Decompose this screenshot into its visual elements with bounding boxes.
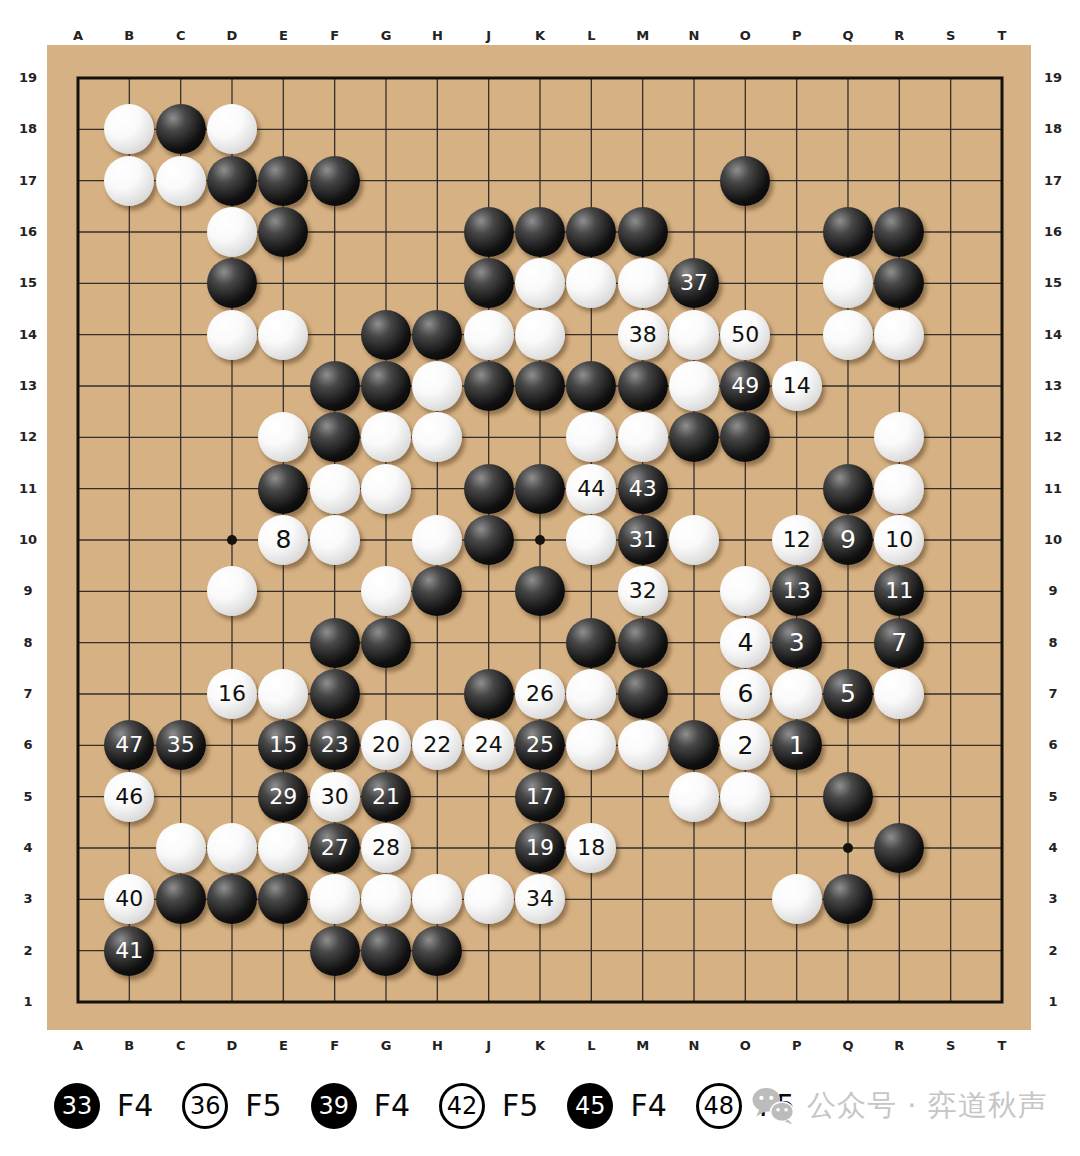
stone-F10 <box>310 515 360 565</box>
stone-B2: 41 <box>104 926 154 976</box>
row-label-left-17: 17 <box>8 172 48 190</box>
stone-K13 <box>515 361 565 411</box>
stone-Q14 <box>823 310 873 360</box>
stone-D4 <box>207 823 257 873</box>
stone-P8: 3 <box>772 618 822 668</box>
legend-move-number: 36 <box>190 1094 221 1118</box>
move-number: 22 <box>423 734 451 756</box>
stone-C17 <box>156 156 206 206</box>
col-label-top-D: D <box>212 27 252 45</box>
stone-J14 <box>464 310 514 360</box>
col-label-top-N: N <box>674 27 714 45</box>
stone-N6 <box>669 720 719 770</box>
col-label-bottom-T: T <box>982 1037 1022 1055</box>
legend-point-label: F4 <box>117 1091 153 1121</box>
col-label-top-A: A <box>58 27 98 45</box>
stone-M6 <box>618 720 668 770</box>
col-label-top-S: S <box>931 27 971 45</box>
stone-F8 <box>310 618 360 668</box>
stone-M12 <box>618 412 668 462</box>
row-label-left-8: 8 <box>8 634 48 652</box>
stone-G5: 21 <box>361 772 411 822</box>
stone-N15: 37 <box>669 258 719 308</box>
stone-C3 <box>156 874 206 924</box>
stone-F2 <box>310 926 360 976</box>
stone-F3 <box>310 874 360 924</box>
watermark-text: 公众号 · 弈道秋声 <box>807 1086 1048 1126</box>
stone-Q3 <box>823 874 873 924</box>
col-label-bottom-Q: Q <box>828 1037 868 1055</box>
move-number: 40 <box>115 888 143 910</box>
move-number: 47 <box>115 734 143 756</box>
row-label-left-1: 1 <box>8 993 48 1011</box>
stone-M13 <box>618 361 668 411</box>
stone-L4: 18 <box>566 823 616 873</box>
row-label-left-9: 9 <box>8 582 48 600</box>
stone-F12 <box>310 412 360 462</box>
stone-K11 <box>515 464 565 514</box>
legend-move-number: 48 <box>703 1094 734 1118</box>
stone-J16 <box>464 207 514 257</box>
row-label-right-7: 7 <box>1033 685 1073 703</box>
stone-M10: 31 <box>618 515 668 565</box>
stone-G6: 20 <box>361 720 411 770</box>
move-number: 3 <box>789 630 805 655</box>
move-number: 14 <box>783 375 811 397</box>
stone-G14 <box>361 310 411 360</box>
col-label-top-M: M <box>623 27 663 45</box>
stone-B5: 46 <box>104 772 154 822</box>
row-label-right-4: 4 <box>1033 839 1073 857</box>
stone-G3 <box>361 874 411 924</box>
stone-E11 <box>258 464 308 514</box>
col-label-bottom-L: L <box>571 1037 611 1055</box>
stone-N14 <box>669 310 719 360</box>
move-number: 37 <box>680 272 708 294</box>
move-number: 11 <box>885 580 913 602</box>
stone-C4 <box>156 823 206 873</box>
col-label-bottom-M: M <box>623 1037 663 1055</box>
stone-P9: 13 <box>772 566 822 616</box>
stone-P3 <box>772 874 822 924</box>
col-label-bottom-B: B <box>109 1037 149 1055</box>
stone-H14 <box>412 310 462 360</box>
stone-D9 <box>207 566 257 616</box>
stone-H2 <box>412 926 462 976</box>
stone-J6: 24 <box>464 720 514 770</box>
move-number: 23 <box>321 734 349 756</box>
stone-M11: 43 <box>618 464 668 514</box>
legend-stone-42: 42 <box>439 1083 485 1129</box>
stone-L10 <box>566 515 616 565</box>
col-label-bottom-D: D <box>212 1037 252 1055</box>
row-label-right-15: 15 <box>1033 274 1073 292</box>
col-label-top-Q: Q <box>828 27 868 45</box>
legend-stone-45: 45 <box>567 1083 613 1129</box>
row-label-left-6: 6 <box>8 736 48 754</box>
col-label-bottom-O: O <box>725 1037 765 1055</box>
move-number: 6 <box>737 681 753 706</box>
row-label-right-10: 10 <box>1033 531 1073 549</box>
stone-D15 <box>207 258 257 308</box>
stone-E14 <box>258 310 308 360</box>
stone-O13: 49 <box>720 361 770 411</box>
col-label-top-R: R <box>879 27 919 45</box>
legend-stone-48: 48 <box>696 1083 742 1129</box>
row-label-right-19: 19 <box>1033 69 1073 87</box>
move-number: 34 <box>526 888 554 910</box>
move-number: 26 <box>526 683 554 705</box>
stone-R10: 10 <box>874 515 924 565</box>
stone-Q5 <box>823 772 873 822</box>
stone-N5 <box>669 772 719 822</box>
stone-D7: 16 <box>207 669 257 719</box>
stone-F11 <box>310 464 360 514</box>
row-label-right-1: 1 <box>1033 993 1073 1011</box>
move-number: 46 <box>115 786 143 808</box>
row-label-right-9: 9 <box>1033 582 1073 600</box>
stone-N12 <box>669 412 719 462</box>
col-label-bottom-K: K <box>520 1037 560 1055</box>
legend-point-label: F4 <box>374 1091 410 1121</box>
move-number: 10 <box>885 529 913 551</box>
legend-point-label: F5 <box>502 1091 538 1121</box>
row-label-left-5: 5 <box>8 788 48 806</box>
legend-point-label: F5 <box>245 1091 281 1121</box>
col-label-bottom-E: E <box>263 1037 303 1055</box>
stone-L16 <box>566 207 616 257</box>
stone-K15 <box>515 258 565 308</box>
move-number: 38 <box>629 324 657 346</box>
col-label-top-C: C <box>161 27 201 45</box>
col-label-top-G: G <box>366 27 406 45</box>
stone-R8: 7 <box>874 618 924 668</box>
row-label-right-11: 11 <box>1033 480 1073 498</box>
stone-P13: 14 <box>772 361 822 411</box>
stone-Q10: 9 <box>823 515 873 565</box>
stone-R16 <box>874 207 924 257</box>
stone-E10: 8 <box>258 515 308 565</box>
stone-K6: 25 <box>515 720 565 770</box>
move-number: 49 <box>731 375 759 397</box>
row-label-right-16: 16 <box>1033 223 1073 241</box>
stone-E7 <box>258 669 308 719</box>
stone-P10: 12 <box>772 515 822 565</box>
move-number: 15 <box>269 734 297 756</box>
move-number: 25 <box>526 734 554 756</box>
col-label-top-H: H <box>417 27 457 45</box>
stone-H13 <box>412 361 462 411</box>
stone-D14 <box>207 310 257 360</box>
move-number: 17 <box>526 786 554 808</box>
move-number: 50 <box>731 324 759 346</box>
col-label-bottom-F: F <box>315 1037 355 1055</box>
stone-L13 <box>566 361 616 411</box>
move-number: 9 <box>840 527 856 552</box>
stone-C6: 35 <box>156 720 206 770</box>
stone-H10 <box>412 515 462 565</box>
stone-G8 <box>361 618 411 668</box>
col-label-top-T: T <box>982 27 1022 45</box>
col-label-bottom-J: J <box>469 1037 509 1055</box>
stone-K7: 26 <box>515 669 565 719</box>
col-label-bottom-S: S <box>931 1037 971 1055</box>
row-label-left-2: 2 <box>8 942 48 960</box>
col-label-bottom-R: R <box>879 1037 919 1055</box>
move-number: 44 <box>577 478 605 500</box>
legend-stone-39: 39 <box>311 1083 357 1129</box>
move-number: 1 <box>789 733 805 758</box>
legend-move-number: 45 <box>575 1094 606 1118</box>
legend-stone-33: 33 <box>54 1083 100 1129</box>
stone-P7 <box>772 669 822 719</box>
stone-L11: 44 <box>566 464 616 514</box>
row-label-left-7: 7 <box>8 685 48 703</box>
stone-M8 <box>618 618 668 668</box>
legend-stone-36: 36 <box>182 1083 228 1129</box>
stone-E5: 29 <box>258 772 308 822</box>
move-number: 30 <box>321 786 349 808</box>
row-label-left-14: 14 <box>8 326 48 344</box>
stone-F17 <box>310 156 360 206</box>
stone-E4 <box>258 823 308 873</box>
move-number: 35 <box>167 734 195 756</box>
col-label-bottom-G: G <box>366 1037 406 1055</box>
move-number: 8 <box>275 527 291 552</box>
stone-F6: 23 <box>310 720 360 770</box>
move-number: 28 <box>372 837 400 859</box>
row-label-right-12: 12 <box>1033 428 1073 446</box>
row-label-right-6: 6 <box>1033 736 1073 754</box>
col-label-bottom-N: N <box>674 1037 714 1055</box>
move-number: 31 <box>629 529 657 551</box>
row-label-left-3: 3 <box>8 890 48 908</box>
move-number: 20 <box>372 734 400 756</box>
stone-O5 <box>720 772 770 822</box>
stone-G2 <box>361 926 411 976</box>
move-number: 24 <box>475 734 503 756</box>
col-label-top-L: L <box>571 27 611 45</box>
stone-Q7: 5 <box>823 669 873 719</box>
row-label-right-13: 13 <box>1033 377 1073 395</box>
legend-move-number: 33 <box>62 1094 93 1118</box>
col-label-top-K: K <box>520 27 560 45</box>
stone-O7: 6 <box>720 669 770 719</box>
stone-M16 <box>618 207 668 257</box>
move-number: 19 <box>526 837 554 859</box>
stone-J3 <box>464 874 514 924</box>
row-label-left-18: 18 <box>8 120 48 138</box>
row-label-left-10: 10 <box>8 531 48 549</box>
stone-D16 <box>207 207 257 257</box>
stone-R14 <box>874 310 924 360</box>
row-label-right-8: 8 <box>1033 634 1073 652</box>
move-number: 18 <box>577 837 605 859</box>
row-label-left-19: 19 <box>8 69 48 87</box>
move-number: 13 <box>783 580 811 602</box>
stone-L8 <box>566 618 616 668</box>
stone-D17 <box>207 156 257 206</box>
stone-F7 <box>310 669 360 719</box>
stone-K5: 17 <box>515 772 565 822</box>
stone-Q15 <box>823 258 873 308</box>
stone-F13 <box>310 361 360 411</box>
row-label-right-14: 14 <box>1033 326 1073 344</box>
legend-move-number: 42 <box>447 1094 478 1118</box>
stone-N10 <box>669 515 719 565</box>
row-label-left-13: 13 <box>8 377 48 395</box>
stone-G11 <box>361 464 411 514</box>
col-label-top-F: F <box>315 27 355 45</box>
stone-M15 <box>618 258 668 308</box>
legend-point-label: F4 <box>630 1091 666 1121</box>
row-label-right-3: 3 <box>1033 890 1073 908</box>
stone-G4: 28 <box>361 823 411 873</box>
col-label-top-O: O <box>725 27 765 45</box>
stone-P6: 1 <box>772 720 822 770</box>
stone-M9: 32 <box>618 566 668 616</box>
stone-J7 <box>464 669 514 719</box>
move-number: 7 <box>891 630 907 655</box>
legend-move-number: 39 <box>318 1094 349 1118</box>
move-number: 2 <box>737 733 753 758</box>
stone-G12 <box>361 412 411 462</box>
move-number: 21 <box>372 786 400 808</box>
move-number: 27 <box>321 837 349 859</box>
stone-K4: 19 <box>515 823 565 873</box>
move-number: 41 <box>115 940 143 962</box>
row-label-left-4: 4 <box>8 839 48 857</box>
move-number: 43 <box>629 478 657 500</box>
stone-J11 <box>464 464 514 514</box>
stone-E17 <box>258 156 308 206</box>
row-label-right-18: 18 <box>1033 120 1073 138</box>
stone-J15 <box>464 258 514 308</box>
stone-M14: 38 <box>618 310 668 360</box>
stone-G9 <box>361 566 411 616</box>
ko-legend: 33F436F539F442F545F448F5 <box>54 1083 824 1129</box>
stone-R4 <box>874 823 924 873</box>
stone-F4: 27 <box>310 823 360 873</box>
stone-K16 <box>515 207 565 257</box>
move-number: 12 <box>783 529 811 551</box>
stone-N13 <box>669 361 719 411</box>
col-label-bottom-C: C <box>161 1037 201 1055</box>
row-label-right-5: 5 <box>1033 788 1073 806</box>
stone-C18 <box>156 104 206 154</box>
col-label-bottom-A: A <box>58 1037 98 1055</box>
stone-Q11 <box>823 464 873 514</box>
stone-D3 <box>207 874 257 924</box>
col-label-bottom-H: H <box>417 1037 457 1055</box>
stone-O14: 50 <box>720 310 770 360</box>
col-label-top-J: J <box>469 27 509 45</box>
move-number: 29 <box>269 786 297 808</box>
col-label-top-E: E <box>263 27 303 45</box>
move-number: 5 <box>840 681 856 706</box>
col-label-top-P: P <box>777 27 817 45</box>
stone-G13 <box>361 361 411 411</box>
stone-J13 <box>464 361 514 411</box>
row-label-right-17: 17 <box>1033 172 1073 190</box>
row-label-right-2: 2 <box>1033 942 1073 960</box>
stone-Q16 <box>823 207 873 257</box>
stone-K3: 34 <box>515 874 565 924</box>
move-number: 32 <box>629 580 657 602</box>
stone-B17 <box>104 156 154 206</box>
row-label-left-16: 16 <box>8 223 48 241</box>
stone-D18 <box>207 104 257 154</box>
col-label-bottom-P: P <box>777 1037 817 1055</box>
row-label-left-11: 11 <box>8 480 48 498</box>
row-label-left-12: 12 <box>8 428 48 446</box>
col-label-top-B: B <box>109 27 149 45</box>
stone-O8: 4 <box>720 618 770 668</box>
stone-O17 <box>720 156 770 206</box>
stone-J10 <box>464 515 514 565</box>
stone-K9 <box>515 566 565 616</box>
row-label-left-15: 15 <box>8 274 48 292</box>
watermark: 公众号 · 弈道秋声 <box>750 1084 1048 1128</box>
stone-E16 <box>258 207 308 257</box>
move-number: 4 <box>737 630 753 655</box>
stone-L7 <box>566 669 616 719</box>
stone-K14 <box>515 310 565 360</box>
go-diagram-page: AABBCCDDEEFFGGHHJJKKLLMMNNOOPPQQRRSSTT19… <box>0 0 1080 1156</box>
stone-M7 <box>618 669 668 719</box>
wechat-icon <box>750 1086 796 1126</box>
move-number: 16 <box>218 683 246 705</box>
stone-R7 <box>874 669 924 719</box>
stone-F5: 30 <box>310 772 360 822</box>
stone-R11 <box>874 464 924 514</box>
